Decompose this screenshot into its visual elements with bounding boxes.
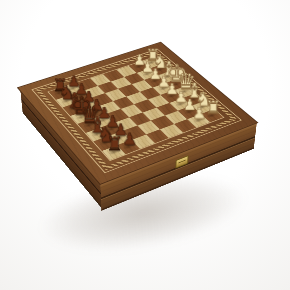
piece-shadow xyxy=(67,86,79,92)
piece-shadow xyxy=(113,134,126,141)
piece-shadow xyxy=(90,131,102,138)
piece-shadow xyxy=(82,101,94,107)
piece-shadow xyxy=(183,109,195,115)
piece-shadow xyxy=(60,98,72,104)
piece-shadow xyxy=(133,64,144,69)
photo-stage: ♜♟♟♜♞♟♟♞♝♟♟♝♚♟♟♚♛♟♟♛♝♟♟♝♞♟♟♞♜♟♟♜ xyxy=(0,0,290,290)
piece-shadow xyxy=(53,90,65,96)
brass-latch xyxy=(175,155,188,168)
piece-shadow xyxy=(122,143,135,150)
piece-shadow xyxy=(141,71,152,77)
piece-shadow xyxy=(196,104,208,110)
piece-shadow xyxy=(75,114,87,120)
piece-shadow xyxy=(146,60,157,65)
piece-shadow xyxy=(154,67,165,72)
piece-shadow xyxy=(105,126,117,133)
piece-shadow xyxy=(174,101,186,107)
piece-shadow xyxy=(98,140,111,147)
piece-shadow xyxy=(187,96,199,102)
piece-shadow xyxy=(107,149,120,156)
piece-shadow xyxy=(74,93,86,99)
piece-shadow xyxy=(97,117,109,123)
board-top: ♜♟♟♜♞♟♟♞♝♟♟♝♚♟♟♚♛♟♟♛♝♟♟♝♞♟♟♞♜♟♟♜ xyxy=(18,42,257,184)
piece-shadow xyxy=(83,122,95,129)
piece-shadow xyxy=(157,86,169,92)
piece-shadow xyxy=(89,109,101,115)
product-photo: ♜♟♟♜♞♟♟♞♝♟♟♝♚♟♟♚♛♟♟♛♝♟♟♝♞♟♟♞♜♟♟♜ xyxy=(0,0,290,290)
piece-shadow xyxy=(205,112,217,118)
piece-shadow xyxy=(165,93,177,99)
piece-shadow xyxy=(178,89,190,95)
piece-shadow xyxy=(162,74,173,80)
piece-shadow xyxy=(170,81,181,87)
piece-shadow xyxy=(149,78,160,84)
piece-shadow xyxy=(67,106,79,112)
piece-shadow xyxy=(192,117,204,123)
